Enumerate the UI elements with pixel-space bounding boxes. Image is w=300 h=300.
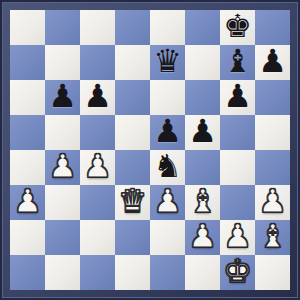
black-pawn-e5[interactable]: ♟	[153, 115, 182, 149]
white-pawn-h3[interactable]: ♟	[258, 185, 287, 219]
square-d4[interactable]	[115, 150, 150, 185]
square-d5[interactable]	[115, 115, 150, 150]
square-d8[interactable]	[115, 10, 150, 45]
square-f7[interactable]	[185, 45, 220, 80]
square-g8[interactable]: ♚	[220, 10, 255, 45]
black-knight-e4[interactable]: ♞	[153, 150, 182, 184]
white-bishop-h2[interactable]: ♝	[258, 220, 287, 254]
square-g3[interactable]	[220, 185, 255, 220]
square-h2[interactable]: ♝	[255, 220, 290, 255]
square-a4[interactable]	[10, 150, 45, 185]
square-d1[interactable]	[115, 255, 150, 290]
square-b3[interactable]	[45, 185, 80, 220]
square-c1[interactable]	[80, 255, 115, 290]
square-d2[interactable]	[115, 220, 150, 255]
square-d7[interactable]	[115, 45, 150, 80]
square-a8[interactable]	[10, 10, 45, 45]
black-bishop-g7[interactable]: ♝	[223, 45, 252, 79]
white-pawn-g2[interactable]: ♟	[223, 220, 252, 254]
square-c7[interactable]	[80, 45, 115, 80]
square-a1[interactable]	[10, 255, 45, 290]
square-f8[interactable]	[185, 10, 220, 45]
square-c2[interactable]	[80, 220, 115, 255]
square-g1[interactable]: ♚	[220, 255, 255, 290]
square-e4[interactable]: ♞	[150, 150, 185, 185]
square-h6[interactable]	[255, 80, 290, 115]
chess-board-frame: ♚♛♝♟♟♟♟♟♟♟♟♞♟♛♟♝♟♟♟♝♚	[0, 0, 300, 300]
square-a3[interactable]: ♟	[10, 185, 45, 220]
white-pawn-c4[interactable]: ♟	[83, 150, 112, 184]
square-e3[interactable]: ♟	[150, 185, 185, 220]
square-e7[interactable]: ♛	[150, 45, 185, 80]
square-a2[interactable]	[10, 220, 45, 255]
square-b6[interactable]: ♟	[45, 80, 80, 115]
square-f5[interactable]: ♟	[185, 115, 220, 150]
white-pawn-b4[interactable]: ♟	[48, 150, 77, 184]
square-e5[interactable]: ♟	[150, 115, 185, 150]
white-pawn-e3[interactable]: ♟	[153, 185, 182, 219]
square-c8[interactable]	[80, 10, 115, 45]
black-king-g8[interactable]: ♚	[223, 10, 252, 44]
square-f4[interactable]	[185, 150, 220, 185]
square-h8[interactable]	[255, 10, 290, 45]
black-pawn-f5[interactable]: ♟	[188, 115, 217, 149]
white-pawn-f2[interactable]: ♟	[188, 220, 217, 254]
square-f6[interactable]	[185, 80, 220, 115]
white-king-g1[interactable]: ♚	[223, 255, 252, 289]
square-h7[interactable]: ♟	[255, 45, 290, 80]
square-d6[interactable]	[115, 80, 150, 115]
chess-board: ♚♛♝♟♟♟♟♟♟♟♟♞♟♛♟♝♟♟♟♝♚	[10, 10, 290, 290]
square-e2[interactable]	[150, 220, 185, 255]
square-a5[interactable]	[10, 115, 45, 150]
black-queen-e7[interactable]: ♛	[153, 45, 182, 79]
square-g4[interactable]	[220, 150, 255, 185]
square-g2[interactable]: ♟	[220, 220, 255, 255]
square-b8[interactable]	[45, 10, 80, 45]
square-b1[interactable]	[45, 255, 80, 290]
square-a6[interactable]	[10, 80, 45, 115]
square-c3[interactable]	[80, 185, 115, 220]
square-h1[interactable]	[255, 255, 290, 290]
square-g5[interactable]	[220, 115, 255, 150]
square-e6[interactable]	[150, 80, 185, 115]
square-e1[interactable]	[150, 255, 185, 290]
square-c5[interactable]	[80, 115, 115, 150]
square-a7[interactable]	[10, 45, 45, 80]
square-g7[interactable]: ♝	[220, 45, 255, 80]
black-pawn-c6[interactable]: ♟	[83, 80, 112, 114]
square-d3[interactable]: ♛	[115, 185, 150, 220]
white-bishop-f3[interactable]: ♝	[188, 185, 217, 219]
square-f3[interactable]: ♝	[185, 185, 220, 220]
square-c4[interactable]: ♟	[80, 150, 115, 185]
square-b7[interactable]	[45, 45, 80, 80]
black-pawn-g6[interactable]: ♟	[223, 80, 252, 114]
square-f1[interactable]	[185, 255, 220, 290]
square-f2[interactable]: ♟	[185, 220, 220, 255]
square-h5[interactable]	[255, 115, 290, 150]
white-pawn-a3[interactable]: ♟	[13, 185, 42, 219]
black-pawn-h7[interactable]: ♟	[258, 45, 287, 79]
black-pawn-b6[interactable]: ♟	[48, 80, 77, 114]
square-b2[interactable]	[45, 220, 80, 255]
square-b5[interactable]	[45, 115, 80, 150]
square-h4[interactable]	[255, 150, 290, 185]
square-h3[interactable]: ♟	[255, 185, 290, 220]
square-g6[interactable]: ♟	[220, 80, 255, 115]
white-queen-d3[interactable]: ♛	[118, 185, 147, 219]
square-e8[interactable]	[150, 10, 185, 45]
square-b4[interactable]: ♟	[45, 150, 80, 185]
square-c6[interactable]: ♟	[80, 80, 115, 115]
